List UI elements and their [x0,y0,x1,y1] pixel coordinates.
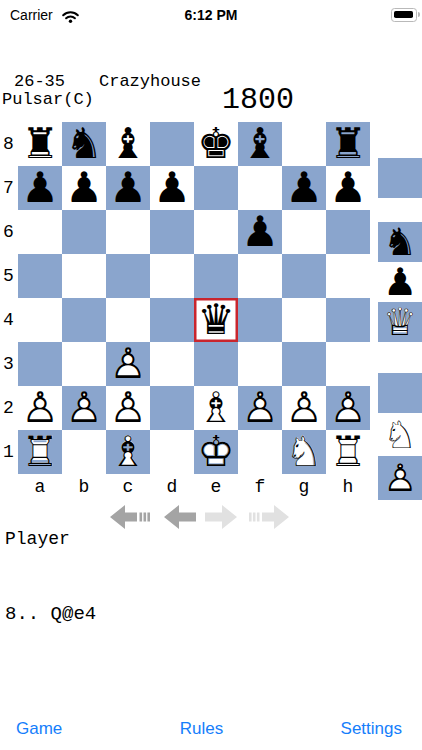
rank-label-6: 6 [0,210,17,254]
white-pawn[interactable]: ♟♙ [62,386,106,430]
file-label-g: g [282,476,326,498]
black-pawn[interactable]: ♟ [62,166,106,210]
square-g3[interactable] [282,342,326,386]
black-rook[interactable]: ♜ [326,122,370,166]
white-bishop[interactable]: ♝♗ [106,430,150,474]
move-range-label: 26-35 [14,72,65,91]
square-b1[interactable] [62,430,106,474]
square-h6[interactable] [326,210,370,254]
bottom-toolbar: GameRulesSettings [0,719,422,739]
black-pawn[interactable]: ♟ [18,166,62,210]
black-rook[interactable]: ♜ [18,122,62,166]
pocket-black-pawn[interactable]: ♟ [378,262,422,302]
white-knight[interactable]: ♞♘ [378,414,422,456]
black-pawn[interactable]: ♟ [150,166,194,210]
square-d4[interactable] [150,298,194,342]
white-pawn[interactable]: ♟♙ [378,456,422,500]
file-label-e: e [194,476,238,498]
rank-label-2: 2 [0,386,17,430]
file-labels: abcdefgh [18,476,370,498]
square-f4[interactable] [238,298,282,342]
square-c8[interactable]: ♝ [106,122,150,166]
file-label-b: b [62,476,106,498]
square-f7[interactable] [238,166,282,210]
square-c5[interactable] [106,254,150,298]
square-e3[interactable] [194,342,238,386]
square-g5[interactable] [282,254,326,298]
square-e6[interactable] [194,210,238,254]
black-queen[interactable]: ♛ [194,298,238,342]
square-e2[interactable]: ♝♗ [194,386,238,430]
white-queen[interactable]: ♛♕ [378,302,422,342]
white-knight[interactable]: ♞♘ [282,430,326,474]
white-pawn[interactable]: ♟♙ [106,342,150,386]
rules-button[interactable]: Rules [180,719,223,739]
square-h5[interactable] [326,254,370,298]
step-back-button[interactable] [164,504,196,530]
engine-name-label: Pulsar(C) [2,90,94,109]
square-b7[interactable]: ♟ [62,166,106,210]
square-h3[interactable] [326,342,370,386]
square-h7[interactable]: ♟ [326,166,370,210]
square-a6[interactable] [18,210,62,254]
square-c3[interactable]: ♟♙ [106,342,150,386]
clock-time: 6:12 PM [0,7,422,23]
square-c4[interactable] [106,298,150,342]
square-e1[interactable]: ♚♔ [194,430,238,474]
black-pawn[interactable]: ♟ [238,210,282,254]
white-rook[interactable]: ♜♖ [18,430,62,474]
pocket-black-knight[interactable]: ♞ [378,222,422,262]
square-f6[interactable]: ♟ [238,210,282,254]
white-king[interactable]: ♚♔ [194,430,238,474]
square-g7[interactable]: ♟ [282,166,326,210]
white-pawn[interactable]: ♟♙ [18,386,62,430]
chess-board: ♜♞♝♚♝♜♟♟♟♟♟♟♟♛♟♙♟♙♟♙♟♙♝♗♟♙♟♙♟♙♜♖♝♗♚♔♞♘♜♖ [18,122,370,474]
battery-icon [391,8,417,22]
file-label-c: c [106,476,150,498]
square-d5[interactable] [150,254,194,298]
square-e5[interactable] [194,254,238,298]
game-button[interactable]: Game [16,719,62,739]
white-rook[interactable]: ♜♖ [326,430,370,474]
pocket-white-pawn[interactable]: ♟♙ [378,456,422,500]
variant-label: Crazyhouse [99,72,201,91]
player-label: Player [5,529,70,549]
square-b4[interactable] [62,298,106,342]
pocket-white-queen[interactable]: ♛♕ [378,302,422,342]
file-label-f: f [238,476,282,498]
square-d2[interactable] [150,386,194,430]
square-a5[interactable] [18,254,62,298]
file-label-h: h [326,476,370,498]
jump-back-button[interactable] [110,504,150,530]
white-pawn[interactable]: ♟♙ [326,386,370,430]
square-b5[interactable] [62,254,106,298]
rating-value: 1800 [222,83,294,117]
black-knight[interactable]: ♞ [62,122,106,166]
square-b3[interactable] [62,342,106,386]
white-pawn[interactable]: ♟♙ [282,386,326,430]
rank-label-5: 5 [0,254,17,298]
square-f8[interactable]: ♝ [238,122,282,166]
square-a2[interactable]: ♟♙ [18,386,62,430]
square-d7[interactable]: ♟ [150,166,194,210]
square-e7[interactable] [194,166,238,210]
square-e8[interactable]: ♚ [194,122,238,166]
square-h2[interactable]: ♟♙ [326,386,370,430]
white-bishop[interactable]: ♝♗ [194,386,238,430]
pocket-white-knight[interactable]: ♞♘ [378,414,422,456]
square-d3[interactable] [150,342,194,386]
square-a7[interactable]: ♟ [18,166,62,210]
square-f2[interactable]: ♟♙ [238,386,282,430]
jump-forward-button[interactable] [249,504,289,530]
square-c2[interactable]: ♟♙ [106,386,150,430]
pocket-empty-cell[interactable] [378,373,422,413]
square-h8[interactable]: ♜ [326,122,370,166]
rank-label-4: 4 [0,298,17,342]
square-g1[interactable]: ♞♘ [282,430,326,474]
square-a4[interactable] [18,298,62,342]
black-bishop[interactable]: ♝ [106,122,150,166]
file-label-a: a [18,476,62,498]
square-g2[interactable]: ♟♙ [282,386,326,430]
square-e4[interactable]: ♛ [194,298,238,342]
black-bishop[interactable]: ♝ [238,122,282,166]
square-f3[interactable] [238,342,282,386]
settings-button[interactable]: Settings [341,719,402,739]
square-g8[interactable] [282,122,326,166]
pocket-empty-cell[interactable] [378,158,422,198]
rank-label-8: 8 [0,122,17,166]
square-c7[interactable]: ♟ [106,166,150,210]
square-c1[interactable]: ♝♗ [106,430,150,474]
square-b2[interactable]: ♟♙ [62,386,106,430]
square-a8[interactable]: ♜ [18,122,62,166]
square-f5[interactable] [238,254,282,298]
square-b8[interactable]: ♞ [62,122,106,166]
step-forward-button[interactable] [205,504,237,530]
square-h1[interactable]: ♜♖ [326,430,370,474]
black-pawn[interactable]: ♟ [282,166,326,210]
square-d6[interactable] [150,210,194,254]
black-pawn[interactable]: ♟ [378,262,422,302]
square-d8[interactable] [150,122,194,166]
black-pawn[interactable]: ♟ [326,166,370,210]
rank-label-7: 7 [0,166,17,210]
square-b6[interactable] [62,210,106,254]
square-f1[interactable] [238,430,282,474]
black-king[interactable]: ♚ [194,122,238,166]
square-g4[interactable] [282,298,326,342]
white-pawn[interactable]: ♟♙ [106,386,150,430]
white-pawn[interactable]: ♟♙ [238,386,282,430]
square-a1[interactable]: ♜♖ [18,430,62,474]
square-d1[interactable] [150,430,194,474]
rank-label-1: 1 [0,430,17,474]
square-c6[interactable] [106,210,150,254]
last-move-text: 8.. Q@e4 [5,603,96,625]
app-screen: Carrier 6:12 PM 26-35 Crazyhouse Pulsar(… [0,0,422,750]
black-knight[interactable]: ♞ [378,222,422,262]
rank-labels: 87654321 [0,122,17,474]
square-h4[interactable] [326,298,370,342]
square-g6[interactable] [282,210,326,254]
black-pawn[interactable]: ♟ [106,166,150,210]
square-a3[interactable] [18,342,62,386]
rank-label-3: 3 [0,342,17,386]
battery-nub [418,12,420,17]
file-label-d: d [150,476,194,498]
